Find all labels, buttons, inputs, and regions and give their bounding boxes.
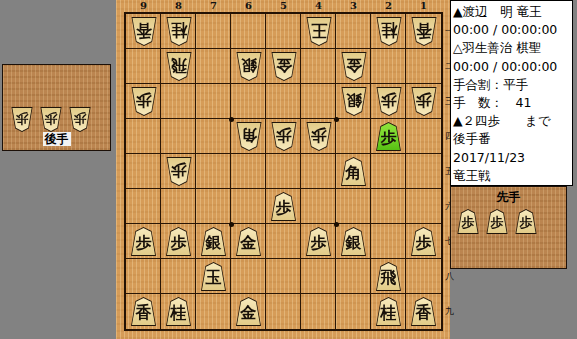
date-line: 2017/11/23 (453, 149, 572, 167)
file-labels: 987654321 (126, 0, 441, 12)
square-9八[interactable] (126, 259, 161, 294)
square-4三[interactable] (301, 84, 336, 119)
square-5九[interactable] (266, 294, 301, 329)
piece-kanji: 金 (241, 233, 257, 254)
piece-kanji: 銀 (346, 233, 362, 254)
square-3八[interactable] (336, 259, 371, 294)
square-7九[interactable] (196, 294, 231, 329)
square-7四[interactable] (196, 119, 231, 154)
square-7三[interactable] (196, 84, 231, 119)
gote-player-line: △羽生善治 棋聖 (453, 39, 572, 57)
piece-kanji: 飛 (171, 55, 187, 76)
sente-hand-piece[interactable]: 歩 (486, 209, 508, 234)
gote-hand-piece[interactable]: 歩 (40, 107, 62, 132)
square-1五[interactable] (406, 154, 441, 189)
square-7五[interactable] (196, 154, 231, 189)
sente-hand-pieces: 歩歩歩 (457, 209, 537, 234)
piece-kanji: 歩 (311, 233, 327, 254)
piece-kanji: 玉 (206, 268, 222, 289)
piece-kanji: 歩 (171, 233, 187, 254)
piece-kanji: 角 (241, 125, 257, 146)
square-8三[interactable] (161, 84, 196, 119)
square-9五[interactable] (126, 154, 161, 189)
square-2六[interactable] (371, 189, 406, 224)
gote-tray-label: 後手 (3, 131, 110, 148)
hoshi-dot (229, 222, 234, 227)
game-info-panel: ▲渡辺 明 竜王 00:00 / 00:00:00 △羽生善治 棋聖 00:00… (450, 0, 573, 186)
square-5五[interactable] (266, 154, 301, 189)
piece-face: 歩 (70, 108, 90, 131)
sente-player-line: ▲渡辺 明 竜王 (453, 3, 572, 21)
gote-hand-tray: 歩歩歩 後手 (2, 64, 111, 151)
piece-kanji: 角 (346, 163, 362, 184)
hoshi-dot (334, 222, 339, 227)
piece-kanji: 歩 (381, 128, 397, 149)
file-label-1: 1 (406, 0, 441, 12)
piece-kanji: 桂 (381, 303, 397, 324)
piece-kanji: 銀 (346, 90, 362, 111)
gote-hand-piece[interactable]: 歩 (11, 107, 33, 132)
square-1六[interactable] (406, 189, 441, 224)
piece-kanji: 歩 (416, 90, 432, 111)
piece-face: 歩 (487, 210, 507, 233)
piece-kanji: 飛 (381, 268, 397, 289)
square-4九[interactable] (301, 294, 336, 329)
piece-kanji: 桂 (171, 20, 187, 41)
gote-hand-piece[interactable]: 歩 (69, 107, 91, 132)
hoshi-dot (334, 117, 339, 122)
piece-kanji: 香 (416, 20, 432, 41)
piece-kanji: 香 (416, 303, 432, 324)
piece-face: 歩 (41, 108, 61, 131)
move-count-line: 手 数： 41 (453, 94, 572, 112)
file-label-2: 2 (371, 0, 406, 12)
piece-kanji: 金 (276, 55, 292, 76)
square-6八[interactable] (231, 259, 266, 294)
piece-kanji: 香 (136, 303, 152, 324)
square-8四[interactable] (161, 119, 196, 154)
square-4五[interactable] (301, 154, 336, 189)
square-9四[interactable] (126, 119, 161, 154)
square-3一[interactable] (336, 14, 371, 49)
piece-kanji: 金 (346, 55, 362, 76)
file-label-7: 7 (196, 0, 231, 12)
square-6三[interactable] (231, 84, 266, 119)
hoshi-dot (229, 117, 234, 122)
gote-hand-pieces: 歩歩歩 (11, 107, 91, 132)
square-2五[interactable] (371, 154, 406, 189)
piece-kanji: 歩 (136, 233, 152, 254)
piece-kanji: 歩 (16, 110, 29, 128)
square-7六[interactable] (196, 189, 231, 224)
square-1八[interactable] (406, 259, 441, 294)
piece-kanji: 銀 (241, 55, 257, 76)
square-3四[interactable] (336, 119, 371, 154)
piece-kanji: 歩 (136, 90, 152, 111)
piece-kanji: 歩 (311, 125, 327, 146)
piece-face: 歩 (516, 210, 536, 233)
square-1四[interactable] (406, 119, 441, 154)
piece-kanji: 金 (241, 303, 257, 324)
piece-face: 歩 (12, 108, 32, 131)
piece-kanji: 歩 (74, 110, 87, 128)
shogi-board: 987654321 一二三四五六七八九 香桂王桂香飛銀金金歩銀歩歩角歩歩歩歩角歩… (116, 0, 450, 339)
shogi-kifu-viewer: 987654321 一二三四五六七八九 香桂王桂香飛銀金金歩銀歩歩角歩歩歩歩角歩… (0, 0, 577, 339)
square-1二[interactable] (406, 49, 441, 84)
square-8八[interactable] (161, 259, 196, 294)
piece-kanji: 桂 (381, 20, 397, 41)
file-label-8: 8 (161, 0, 196, 12)
piece-kanji: 歩 (276, 125, 292, 146)
sente-hand-tray: 先手 歩歩歩 (450, 186, 567, 269)
piece-kanji: 銀 (206, 233, 222, 254)
square-2二[interactable] (371, 49, 406, 84)
square-5一[interactable] (266, 14, 301, 49)
piece-kanji: 歩 (276, 198, 292, 219)
last-move-line: ▲２四歩 まで (453, 112, 572, 130)
square-9六[interactable] (126, 189, 161, 224)
file-label-3: 3 (336, 0, 371, 12)
file-label-6: 6 (231, 0, 266, 12)
piece-kanji: 歩 (462, 214, 475, 232)
piece-kanji: 歩 (381, 90, 397, 111)
square-8六[interactable] (161, 189, 196, 224)
piece-kanji: 歩 (171, 160, 187, 181)
square-5三[interactable] (266, 84, 301, 119)
piece-kanji: 桂 (171, 303, 187, 324)
piece-kanji: 歩 (45, 110, 58, 128)
square-6五[interactable] (231, 154, 266, 189)
square-7一[interactable] (196, 14, 231, 49)
file-label-4: 4 (301, 0, 336, 12)
piece-kanji: 香 (136, 20, 152, 41)
gote-time-line: 00:00 / 00:00:00 (453, 58, 572, 76)
piece-face: 歩 (458, 210, 478, 233)
file-label-5: 5 (266, 0, 301, 12)
square-5七[interactable] (266, 224, 301, 259)
square-4六[interactable] (301, 189, 336, 224)
square-2七[interactable] (371, 224, 406, 259)
square-6一[interactable] (231, 14, 266, 49)
sente-hand-piece[interactable]: 歩 (515, 209, 537, 234)
square-5八[interactable] (266, 259, 301, 294)
square-7二[interactable] (196, 49, 231, 84)
turn-line: 後手番 (453, 130, 572, 148)
square-4八[interactable] (301, 259, 336, 294)
square-3九[interactable] (336, 294, 371, 329)
event-line: 竜王戦 (453, 167, 572, 185)
square-6六[interactable] (231, 189, 266, 224)
square-9二[interactable] (126, 49, 161, 84)
file-label-9: 9 (126, 0, 161, 12)
square-3六[interactable] (336, 189, 371, 224)
sente-tray-label: 先手 (451, 189, 566, 206)
sente-hand-piece[interactable]: 歩 (457, 209, 479, 234)
square-4二[interactable] (301, 49, 336, 84)
handicap-line: 手合割：平手 (453, 76, 572, 94)
piece-kanji: 王 (311, 20, 327, 41)
piece-kanji: 歩 (520, 214, 533, 232)
piece-kanji: 歩 (491, 214, 504, 232)
sente-time-line: 00:00 / 00:00:00 (453, 21, 572, 39)
rank-label-9: 九 (445, 294, 454, 329)
piece-kanji: 歩 (416, 233, 432, 254)
